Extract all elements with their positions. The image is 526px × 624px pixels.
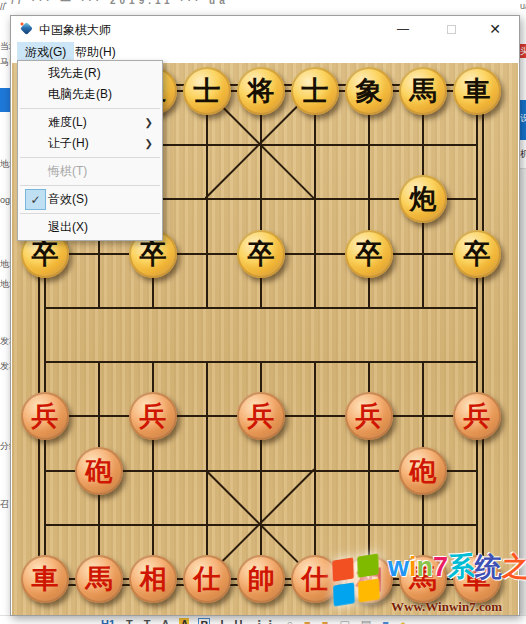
piece-black-horse[interactable]: 馬 xyxy=(399,67,447,115)
submenu-arrow-icon: ❯ xyxy=(145,117,153,128)
piece-black-soldier[interactable]: 卒 xyxy=(453,230,501,278)
toolbar-icon[interactable]: A xyxy=(161,618,171,624)
piece-glyph: 兵 xyxy=(248,403,275,430)
piece-red-cannon[interactable]: 砲 xyxy=(399,447,447,495)
piece-glyph: 兵 xyxy=(32,403,59,430)
piece-red-horse[interactable]: 馬 xyxy=(75,555,123,603)
toolbar-icon[interactable]: ▤ xyxy=(360,618,372,624)
background-text-fragment: og( xyxy=(0,195,10,205)
menu-item-sound-effects[interactable]: ✓ 音效(S) xyxy=(18,189,162,210)
background-text-fragment: 地址 xyxy=(0,158,10,171)
toolbar-icon[interactable]: I xyxy=(219,618,224,624)
piece-glyph: 象 xyxy=(356,78,383,105)
piece-black-advisor[interactable]: 士 xyxy=(183,67,231,115)
background-right-strip: ua 头 设 机 xyxy=(520,0,526,624)
piece-glyph: 兵 xyxy=(140,403,167,430)
piece-black-soldier[interactable]: 卒 xyxy=(345,230,393,278)
piece-glyph: 相 xyxy=(356,566,383,593)
piece-glyph: 馬 xyxy=(410,78,437,105)
menu-item-difficulty[interactable]: 难度(L) ❯ xyxy=(18,112,162,133)
piece-red-elephant[interactable]: 相 xyxy=(129,555,177,603)
maximize-icon xyxy=(447,25,456,34)
toolbar-icon[interactable]: ▢ xyxy=(338,618,350,624)
piece-glyph: 車 xyxy=(464,78,491,105)
piece-glyph: 相 xyxy=(140,566,167,593)
background-menu-item: 机 xyxy=(520,148,526,161)
toolbar-icon[interactable]: ⋮⋮ xyxy=(252,618,276,624)
piece-red-king[interactable]: 帥 xyxy=(237,555,285,603)
piece-black-cannon[interactable]: 炮 xyxy=(399,175,447,223)
minimize-button[interactable]: — xyxy=(381,16,425,42)
piece-red-chariot[interactable]: 車 xyxy=(453,555,501,603)
toolbar-icon[interactable]: U xyxy=(233,618,243,624)
piece-red-horse[interactable]: 馬 xyxy=(399,555,447,603)
app-icon xyxy=(20,22,33,35)
piece-glyph: 卒 xyxy=(32,241,59,268)
toolbar-icon[interactable]: T xyxy=(125,618,134,624)
check-slot xyxy=(25,133,46,154)
menu-separator xyxy=(20,213,160,214)
piece-red-soldier[interactable]: 兵 xyxy=(453,392,501,440)
background-text-fragment: 发本 xyxy=(0,335,10,348)
background-text-fragment: 发本 xyxy=(0,360,10,373)
background-selected-item[interactable]: 设 xyxy=(520,100,526,140)
toolbar-icon[interactable]: ○ xyxy=(285,618,294,624)
window-title: 中国象棋大师 xyxy=(39,22,111,39)
piece-glyph: 士 xyxy=(194,78,221,105)
piece-glyph: 将 xyxy=(248,78,275,105)
background-text-fragment: 召 xyxy=(0,498,10,511)
background-text-fragment: 分组 xyxy=(0,440,10,453)
piece-glyph: 兵 xyxy=(464,403,491,430)
toolbar-icon[interactable]: ■ xyxy=(303,618,312,624)
game-menu-dropdown: 我先走(R) 电脑先走(B) 难度(L) ❯ 让子(H) ❯ 悔棋(T) ✓ 音… xyxy=(17,60,163,241)
menu-separator xyxy=(20,185,160,186)
check-slot xyxy=(25,112,46,133)
background-url-strip: :// ··· — ··· 2019.11 ··· ua xyxy=(0,0,526,9)
toolbar-icon[interactable]: A xyxy=(179,618,189,624)
piece-glyph: 仕 xyxy=(194,566,221,593)
background-text-fragment: 马叩 xyxy=(0,56,10,69)
piece-glyph: 卒 xyxy=(464,241,491,268)
close-button[interactable]: ✕ xyxy=(473,16,517,42)
piece-black-soldier[interactable]: 卒 xyxy=(237,230,285,278)
menu-separator xyxy=(20,108,160,109)
piece-red-soldier[interactable]: 兵 xyxy=(345,392,393,440)
toolbar-icon[interactable]: ■ xyxy=(381,618,390,624)
menu-item-i-move-first[interactable]: 我先走(R) xyxy=(18,63,162,84)
piece-black-king[interactable]: 将 xyxy=(237,67,285,115)
check-slot xyxy=(25,63,46,84)
check-slot xyxy=(25,161,46,182)
maximize-button xyxy=(429,16,473,42)
piece-black-elephant[interactable]: 象 xyxy=(345,67,393,115)
submenu-arrow-icon: ❯ xyxy=(145,138,153,149)
menu-item-undo-move: 悔棋(T) xyxy=(18,161,162,182)
piece-glyph: 士 xyxy=(302,78,329,105)
menu-separator xyxy=(20,157,160,158)
piece-glyph: 仕 xyxy=(302,566,329,593)
piece-glyph: 馬 xyxy=(86,566,113,593)
toolbar-icon[interactable]: ■ xyxy=(321,618,330,624)
piece-red-chariot[interactable]: 車 xyxy=(21,555,69,603)
piece-glyph: 兵 xyxy=(356,403,383,430)
piece-glyph: 砲 xyxy=(86,458,113,485)
background-left-blue-chip xyxy=(0,88,10,112)
background-text-fragment: 当块 xyxy=(0,40,10,53)
piece-glyph: 車 xyxy=(464,566,491,593)
menu-item-handicap[interactable]: 让子(H) ❯ xyxy=(18,133,162,154)
toolbar-icon[interactable]: H1 xyxy=(100,618,116,624)
background-url-tail: ua xyxy=(520,1,526,11)
piece-red-soldier[interactable]: 兵 xyxy=(237,392,285,440)
background-text-fragment: 地址 xyxy=(0,258,10,271)
piece-glyph: 炮 xyxy=(410,186,437,213)
background-url-text: :// ··· — ··· 2019.11 ··· ua xyxy=(4,0,229,6)
piece-black-advisor[interactable]: 士 xyxy=(291,67,339,115)
toolbar-icon[interactable]: ● xyxy=(399,618,408,624)
checkmark-icon: ✓ xyxy=(25,189,46,210)
menu-item-computer-moves-first[interactable]: 电脑先走(B) xyxy=(18,84,162,105)
piece-red-advisor[interactable]: 仕 xyxy=(183,555,231,603)
piece-glyph: 車 xyxy=(32,566,59,593)
background-text-fragment: 地址 xyxy=(0,278,10,291)
toolbar-icon[interactable]: B xyxy=(198,618,210,624)
piece-red-cannon[interactable]: 砲 xyxy=(75,447,123,495)
background-left-strip: //当块马叩地址og(地址地址发本发本分组召 xyxy=(0,0,10,624)
check-slot xyxy=(25,217,46,238)
piece-glyph: 卒 xyxy=(248,241,275,268)
piece-red-soldier[interactable]: 兵 xyxy=(129,392,177,440)
background-right-gray-panel xyxy=(520,168,526,615)
piece-red-advisor[interactable]: 仕 xyxy=(291,555,339,603)
piece-red-soldier[interactable]: 兵 xyxy=(21,392,69,440)
piece-glyph: 帥 xyxy=(248,566,275,593)
background-red-badge: 头 xyxy=(520,44,526,58)
piece-glyph: 卒 xyxy=(140,241,167,268)
screenshot-stage: :// ··· — ··· 2019.11 ··· ua //当块马叩地址og(… xyxy=(0,0,526,624)
piece-glyph: 馬 xyxy=(410,566,437,593)
piece-glyph: 砲 xyxy=(410,458,437,485)
background-editor-toolbar: H1TTAABIU⋮⋮○■■▢▤■● xyxy=(0,615,526,624)
piece-black-chariot[interactable]: 車 xyxy=(453,67,501,115)
menu-item-exit[interactable]: 退出(X) xyxy=(18,217,162,238)
title-bar[interactable]: 中国象棋大师 — ✕ xyxy=(11,16,519,42)
check-slot xyxy=(25,84,46,105)
piece-red-elephant[interactable]: 相 xyxy=(345,555,393,603)
background-text-fragment: // xyxy=(0,2,10,12)
piece-glyph: 卒 xyxy=(356,241,383,268)
toolbar-icon[interactable]: T xyxy=(143,618,152,624)
